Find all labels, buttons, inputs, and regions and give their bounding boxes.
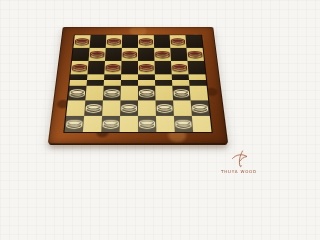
- square-r3c1[interactable]: ⛂: [71, 61, 89, 75]
- square-r7c6[interactable]: ⛂: [156, 100, 174, 115]
- square-r8c7[interactable]: ⛂: [174, 116, 193, 132]
- square-r2c2[interactable]: ⛂: [89, 48, 106, 61]
- square-r1c1[interactable]: ⛂: [73, 35, 90, 47]
- square-r3c4[interactable]: [121, 61, 138, 75]
- square-r2c8[interactable]: ⛂: [186, 48, 204, 61]
- red-checker[interactable]: ⛂: [171, 60, 188, 74]
- product-photo: ⛂⛂⛂⛂⛂⛂⛂⛂⛂⛂⛂⛂⛂⛂⛂⛂⛂⛂⛂⛂⛂⛂⛂⛂ THUYA WOOD: [0, 0, 266, 177]
- square-r3c8[interactable]: [187, 61, 205, 75]
- square-r3c5[interactable]: ⛂: [138, 61, 155, 75]
- square-r2c4[interactable]: ⛂: [122, 48, 138, 61]
- white-checker[interactable]: ⛂: [138, 85, 155, 100]
- square-r1c7[interactable]: ⛂: [170, 35, 187, 47]
- white-checker[interactable]: ⛂: [103, 85, 121, 100]
- square-r8c8[interactable]: [192, 116, 212, 132]
- square-r2c6[interactable]: ⛂: [154, 48, 171, 61]
- square-r3c7[interactable]: ⛂: [171, 61, 189, 75]
- checkers-board: ⛂⛂⛂⛂⛂⛂⛂⛂⛂⛂⛂⛂⛂⛂⛂⛂⛂⛂⛂⛂⛂⛂⛂⛂: [48, 27, 228, 144]
- red-checker[interactable]: ⛂: [170, 35, 187, 47]
- square-r7c4[interactable]: ⛂: [120, 100, 138, 115]
- white-checker[interactable]: ⛂: [191, 100, 210, 115]
- square-r8c5[interactable]: ⛂: [138, 116, 156, 132]
- square-r6c1[interactable]: ⛂: [68, 86, 87, 101]
- square-r3c2[interactable]: [87, 61, 105, 75]
- red-checker[interactable]: ⛂: [186, 47, 203, 60]
- brand-logo: THUYA WOOD: [216, 150, 262, 174]
- red-checker[interactable]: ⛂: [89, 47, 106, 60]
- white-checker[interactable]: ⛂: [174, 115, 193, 131]
- square-r1c5[interactable]: ⛂: [138, 35, 154, 47]
- red-checker[interactable]: ⛂: [122, 47, 138, 60]
- red-checker[interactable]: ⛂: [71, 60, 89, 74]
- square-r1c3[interactable]: ⛂: [106, 35, 122, 47]
- white-checker[interactable]: ⛂: [65, 115, 84, 131]
- brand-signature-icon: [229, 150, 249, 168]
- square-r7c8[interactable]: ⛂: [191, 100, 210, 115]
- brand-logo-text: THUYA WOOD: [221, 169, 257, 174]
- red-checker[interactable]: ⛂: [154, 47, 171, 60]
- square-r8c2[interactable]: [83, 116, 102, 132]
- square-r6c7[interactable]: ⛂: [172, 86, 190, 101]
- white-checker[interactable]: ⛂: [101, 115, 120, 131]
- red-checker[interactable]: ⛂: [138, 60, 155, 74]
- red-checker[interactable]: ⛂: [138, 35, 154, 47]
- square-r3c3[interactable]: ⛂: [104, 61, 121, 75]
- white-checker[interactable]: ⛂: [120, 100, 138, 115]
- white-checker[interactable]: ⛂: [172, 85, 190, 100]
- white-checker[interactable]: ⛂: [138, 115, 156, 131]
- square-r8c1[interactable]: ⛂: [64, 116, 84, 132]
- square-r8c3[interactable]: ⛂: [101, 116, 120, 132]
- square-r6c5[interactable]: ⛂: [138, 86, 156, 101]
- square-r8c4[interactable]: [120, 116, 138, 132]
- square-r8c6[interactable]: [156, 116, 175, 132]
- white-checker[interactable]: ⛂: [156, 100, 174, 115]
- white-checker[interactable]: ⛂: [84, 100, 103, 115]
- square-r6c3[interactable]: ⛂: [103, 86, 121, 101]
- board-grid: ⛂⛂⛂⛂⛂⛂⛂⛂⛂⛂⛂⛂⛂⛂⛂⛂⛂⛂⛂⛂⛂⛂⛂⛂: [63, 35, 212, 133]
- square-r7c2[interactable]: ⛂: [84, 100, 103, 115]
- square-r3c6[interactable]: [154, 61, 171, 75]
- red-checker[interactable]: ⛂: [104, 60, 121, 74]
- red-checker[interactable]: ⛂: [74, 35, 91, 47]
- red-checker[interactable]: ⛂: [106, 35, 122, 47]
- white-checker[interactable]: ⛂: [68, 85, 86, 100]
